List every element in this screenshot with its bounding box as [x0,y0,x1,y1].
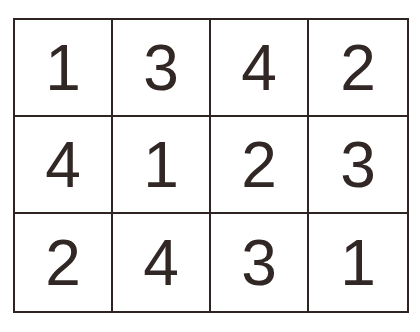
grid-cell-r3c2: 4 [113,214,211,311]
grid-cell-r1c4: 2 [309,20,407,117]
grid-cell-r3c3: 3 [211,214,309,311]
grid-cell-r1c3: 4 [211,20,309,117]
grid-cell-r1c2: 3 [113,20,211,117]
grid-cell-r2c2: 1 [113,117,211,214]
grid-cell-r1c1: 1 [15,20,113,117]
grid-cell-r3c4: 1 [309,214,407,311]
grid-cell-r2c3: 2 [211,117,309,214]
grid-cell-r2c1: 4 [15,117,113,214]
grid-cell-r3c1: 2 [15,214,113,311]
grid-cell-r2c4: 3 [309,117,407,214]
number-grid-board: 134241232431 [13,18,409,313]
